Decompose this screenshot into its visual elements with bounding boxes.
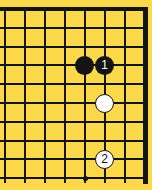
stone-black-R16: 1 [95, 56, 114, 75]
star-point-Q10 [83, 176, 88, 181]
stone-black-Q16 [75, 56, 94, 75]
stone-white-R14 [95, 94, 114, 113]
go-board: 12 [0, 0, 152, 190]
stone-white-R11: 2 [95, 150, 114, 169]
stones-grid: 12 [0, 0, 152, 188]
